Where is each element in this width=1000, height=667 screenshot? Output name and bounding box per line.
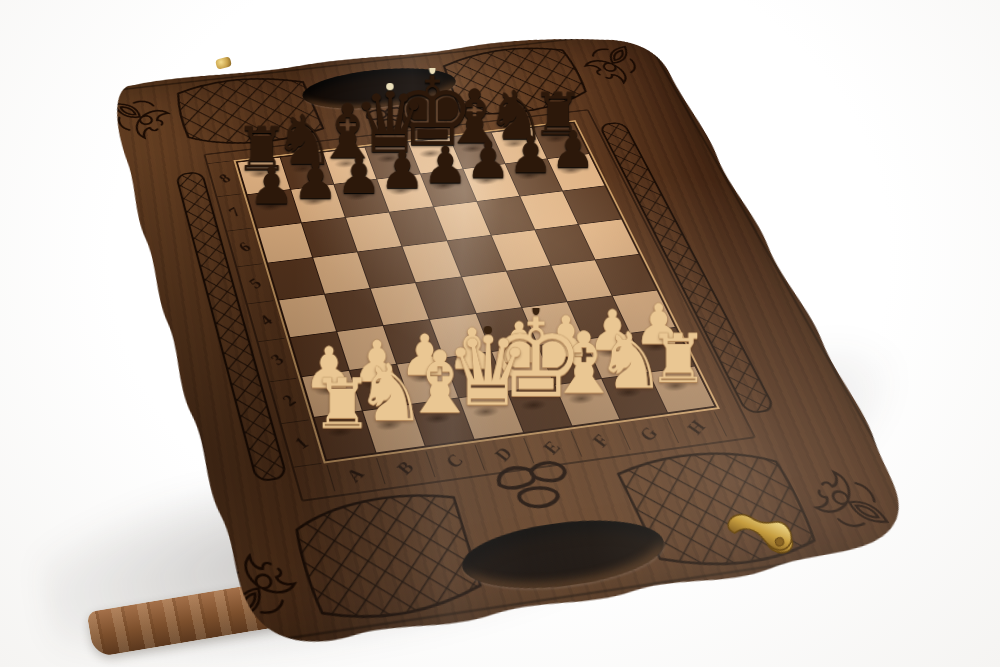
shell-motif-top	[365, 107, 410, 130]
lattice-fan-bottom-left	[290, 489, 490, 626]
corner-ornament-top-right	[583, 38, 644, 85]
product-photo-scene: 87654321 ABCDEFGH ♜♞♝♛♚♝♞♜♟♟♟♟♟♟♟♟♟♟♟♟♟♟…	[0, 0, 1000, 667]
brass-hinge-pin	[215, 56, 232, 70]
file-label-h: H	[666, 411, 727, 443]
lattice-fan-top-right	[437, 43, 594, 118]
file-label-c: C	[425, 445, 483, 478]
file-label-a: A	[326, 458, 384, 491]
corner-ornament-bottom-right	[812, 469, 896, 541]
file-label-b: B	[376, 451, 434, 484]
lattice-fan-top-left	[173, 72, 325, 150]
corner-ornament-top-left	[102, 92, 172, 140]
